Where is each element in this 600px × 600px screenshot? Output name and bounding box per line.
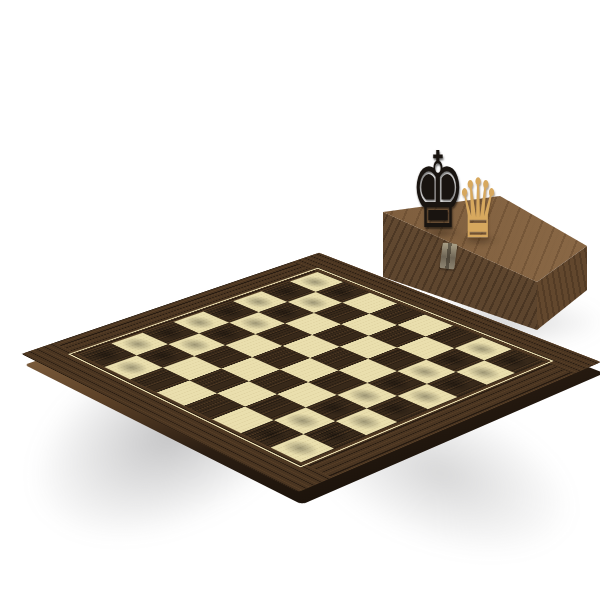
- white-queen: ♛: [457, 168, 499, 250]
- board-grid: ♜♟♟♜♞♟♟♞♝♟♟♝♛♟♟♛♚♟♟♚♝♟♟♝♞♟♟♞♜♟♟♜: [79, 272, 543, 462]
- black-pawn: ♟: [113, 296, 155, 376]
- white-rook: ♜: [273, 348, 331, 460]
- chess-board: ♜♟♟♜♞♟♟♞♝♟♟♝♛♟♟♛♚♟♟♚♝♟♟♝♞♟♟♞♜♟♟♜: [21, 253, 600, 492]
- board-perspective-wrapper: ♜♟♟♜♞♟♟♞♝♟♟♝♛♟♟♛♚♟♟♚♝♟♟♝♞♟♟♞♜♟♟♜: [0, 0, 600, 600]
- chess-set-photo: ♜♟♟♜♞♟♟♞♝♟♟♝♛♟♟♛♚♟♟♚♝♟♟♝♞♟♟♞♜♟♟♜ ♚ ♛: [0, 0, 600, 600]
